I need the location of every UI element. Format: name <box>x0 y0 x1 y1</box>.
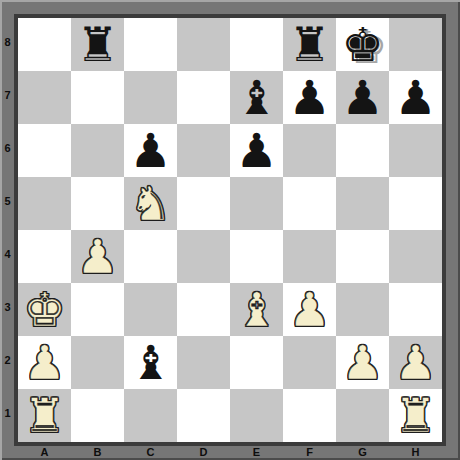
file-labels: ABCDEFGH <box>18 445 442 458</box>
black-pawn[interactable]: ♟ <box>288 71 330 124</box>
square-c5[interactable]: ♞ <box>124 177 177 230</box>
square-e6[interactable]: ♟ <box>230 124 283 177</box>
square-g1[interactable] <box>336 389 389 442</box>
square-h6[interactable] <box>389 124 442 177</box>
black-pawn[interactable]: ♟ <box>129 124 171 177</box>
rank-label-8: 8 <box>1 15 14 68</box>
white-bishop[interactable]: ♝ <box>235 283 277 336</box>
square-g2[interactable]: ♟ <box>336 336 389 389</box>
rank-label-6: 6 <box>1 121 14 174</box>
square-f6[interactable] <box>283 124 336 177</box>
white-knight[interactable]: ♞ <box>129 177 171 230</box>
square-h4[interactable] <box>389 230 442 283</box>
square-e1[interactable] <box>230 389 283 442</box>
square-c3[interactable] <box>124 283 177 336</box>
file-label-d: D <box>177 445 230 458</box>
square-c6[interactable]: ♟ <box>124 124 177 177</box>
square-g4[interactable] <box>336 230 389 283</box>
square-f8[interactable]: ♜ <box>283 18 336 71</box>
white-pawn[interactable]: ♟ <box>341 336 383 389</box>
black-bishop[interactable]: ♝ <box>129 336 171 389</box>
file-label-e: E <box>230 445 283 458</box>
square-b8[interactable]: ♜ <box>71 18 124 71</box>
square-h8[interactable] <box>389 18 442 71</box>
white-pawn[interactable]: ♟ <box>76 230 118 283</box>
square-e2[interactable] <box>230 336 283 389</box>
square-d1[interactable] <box>177 389 230 442</box>
square-h1[interactable]: ♜ <box>389 389 442 442</box>
square-g3[interactable] <box>336 283 389 336</box>
square-a2[interactable]: ♟ <box>18 336 71 389</box>
file-label-a: A <box>18 445 71 458</box>
square-f3[interactable]: ♟ <box>283 283 336 336</box>
square-g6[interactable] <box>336 124 389 177</box>
square-b3[interactable] <box>71 283 124 336</box>
rank-label-1: 1 <box>1 386 14 439</box>
square-b6[interactable] <box>71 124 124 177</box>
square-d3[interactable] <box>177 283 230 336</box>
square-h2[interactable]: ♟ <box>389 336 442 389</box>
square-c1[interactable] <box>124 389 177 442</box>
chess-board: ♜♜♚♝♟♟♟♟♟♞♟♚♝♟♟♝♟♟♜♜ <box>18 18 442 442</box>
rank-label-3: 3 <box>1 280 14 333</box>
rank-label-5: 5 <box>1 174 14 227</box>
white-pawn[interactable]: ♟ <box>394 336 436 389</box>
square-f1[interactable] <box>283 389 336 442</box>
square-c2[interactable]: ♝ <box>124 336 177 389</box>
square-c8[interactable] <box>124 18 177 71</box>
white-pawn[interactable]: ♟ <box>23 336 65 389</box>
chess-board-window: 87654321 ♜♜♚♝♟♟♟♟♟♞♟♚♝♟♟♝♟♟♜♜ ABCDEFGH <box>0 0 460 460</box>
square-e4[interactable] <box>230 230 283 283</box>
black-pawn[interactable]: ♟ <box>235 124 277 177</box>
square-f4[interactable] <box>283 230 336 283</box>
square-a8[interactable] <box>18 18 71 71</box>
rank-label-7: 7 <box>1 68 14 121</box>
white-king[interactable]: ♚ <box>23 283 65 336</box>
square-d6[interactable] <box>177 124 230 177</box>
black-bishop[interactable]: ♝ <box>235 71 277 124</box>
rank-labels: 87654321 <box>1 18 14 442</box>
square-f7[interactable]: ♟ <box>283 71 336 124</box>
square-h3[interactable] <box>389 283 442 336</box>
square-d7[interactable] <box>177 71 230 124</box>
black-king[interactable]: ♚ <box>341 18 383 71</box>
board-frame: ♜♜♚♝♟♟♟♟♟♞♟♚♝♟♟♝♟♟♜♜ <box>14 14 446 446</box>
square-h7[interactable]: ♟ <box>389 71 442 124</box>
square-a4[interactable] <box>18 230 71 283</box>
square-g7[interactable]: ♟ <box>336 71 389 124</box>
square-a3[interactable]: ♚ <box>18 283 71 336</box>
square-e3[interactable]: ♝ <box>230 283 283 336</box>
square-b1[interactable] <box>71 389 124 442</box>
square-b5[interactable] <box>71 177 124 230</box>
square-g5[interactable] <box>336 177 389 230</box>
square-b7[interactable] <box>71 71 124 124</box>
square-b2[interactable] <box>71 336 124 389</box>
square-a5[interactable] <box>18 177 71 230</box>
file-label-h: H <box>389 445 442 458</box>
white-pawn[interactable]: ♟ <box>288 283 330 336</box>
file-label-c: C <box>124 445 177 458</box>
square-b4[interactable]: ♟ <box>71 230 124 283</box>
square-e8[interactable] <box>230 18 283 71</box>
black-pawn[interactable]: ♟ <box>341 71 383 124</box>
square-d5[interactable] <box>177 177 230 230</box>
rank-label-2: 2 <box>1 333 14 386</box>
square-a6[interactable] <box>18 124 71 177</box>
square-d2[interactable] <box>177 336 230 389</box>
file-label-f: F <box>283 445 336 458</box>
square-h5[interactable] <box>389 177 442 230</box>
square-d4[interactable] <box>177 230 230 283</box>
black-rook[interactable]: ♜ <box>76 18 118 71</box>
file-label-g: G <box>336 445 389 458</box>
square-a1[interactable]: ♜ <box>18 389 71 442</box>
square-g8[interactable]: ♚ <box>336 18 389 71</box>
square-a7[interactable] <box>18 71 71 124</box>
square-f2[interactable] <box>283 336 336 389</box>
square-d8[interactable] <box>177 18 230 71</box>
square-e5[interactable] <box>230 177 283 230</box>
white-rook[interactable]: ♜ <box>394 389 436 442</box>
white-rook[interactable]: ♜ <box>23 389 65 442</box>
file-label-b: B <box>71 445 124 458</box>
black-rook[interactable]: ♜ <box>288 18 330 71</box>
square-e7[interactable]: ♝ <box>230 71 283 124</box>
square-c4[interactable] <box>124 230 177 283</box>
square-c7[interactable] <box>124 71 177 124</box>
black-pawn[interactable]: ♟ <box>394 71 436 124</box>
rank-label-4: 4 <box>1 227 14 280</box>
square-f5[interactable] <box>283 177 336 230</box>
